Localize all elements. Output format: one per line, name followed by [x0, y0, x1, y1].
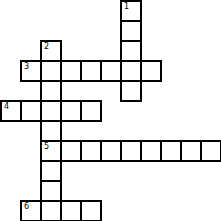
cell-r3c5[interactable] [100, 60, 122, 82]
clue-number-2: 2 [44, 42, 49, 51]
clue-number-1: 1 [124, 2, 129, 11]
clue-number-5: 5 [44, 142, 49, 151]
clue-number-4: 4 [4, 102, 9, 111]
cell-r7c7[interactable] [140, 140, 162, 162]
cell-r7c10[interactable] [200, 140, 221, 162]
crossword-board: 123456 [0, 0, 221, 221]
cell-r7c6[interactable] [120, 140, 142, 162]
cell-r0c6[interactable]: 1 [120, 0, 142, 22]
cell-r3c1[interactable]: 3 [20, 60, 42, 82]
cell-r10c3[interactable] [60, 200, 82, 221]
cell-r7c2[interactable]: 5 [40, 140, 62, 162]
cell-r3c7[interactable] [140, 60, 162, 82]
cell-r2c2[interactable]: 2 [40, 40, 62, 62]
cell-r3c6[interactable] [120, 60, 142, 82]
cell-r4c6[interactable] [120, 80, 142, 102]
cell-r8c2[interactable] [40, 160, 62, 182]
cell-r5c4[interactable] [80, 100, 102, 122]
cell-r9c2[interactable] [40, 180, 62, 202]
clue-number-3: 3 [24, 62, 29, 71]
cell-r3c2[interactable] [40, 60, 62, 82]
cell-r3c3[interactable] [60, 60, 82, 82]
cell-r5c3[interactable] [60, 100, 82, 122]
clue-number-6: 6 [24, 202, 29, 211]
cell-r2c6[interactable] [120, 40, 142, 62]
cell-r4c2[interactable] [40, 80, 62, 102]
cell-r1c6[interactable] [120, 20, 142, 42]
cell-r5c1[interactable] [20, 100, 42, 122]
cell-r10c2[interactable] [40, 200, 62, 221]
cell-r10c4[interactable] [80, 200, 102, 221]
cell-r7c9[interactable] [180, 140, 202, 162]
cell-r7c5[interactable] [100, 140, 122, 162]
cell-r5c0[interactable]: 4 [0, 100, 22, 122]
cell-r6c2[interactable] [40, 120, 62, 142]
cell-r7c8[interactable] [160, 140, 182, 162]
cell-r3c4[interactable] [80, 60, 102, 82]
cell-r5c2[interactable] [40, 100, 62, 122]
cell-r7c4[interactable] [80, 140, 102, 162]
cell-r10c1[interactable]: 6 [20, 200, 42, 221]
cell-r7c3[interactable] [60, 140, 82, 162]
